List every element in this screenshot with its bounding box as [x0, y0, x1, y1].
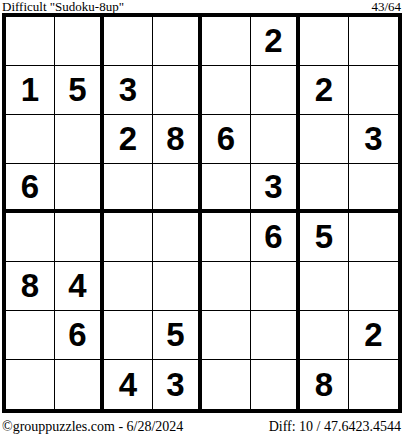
- cell-r8c8[interactable]: [349, 360, 398, 409]
- cell-r4c7[interactable]: [300, 164, 349, 213]
- cell-r3c3[interactable]: 2: [104, 115, 153, 164]
- cell-r6c6[interactable]: [251, 262, 300, 311]
- cell-r7c7[interactable]: [300, 311, 349, 360]
- cell-r2c1[interactable]: 1: [6, 66, 55, 115]
- cell-r6c1[interactable]: 8: [6, 262, 55, 311]
- cell-r2c8[interactable]: [349, 66, 398, 115]
- cell-r3c4[interactable]: 8: [153, 115, 202, 164]
- cell-r4c5[interactable]: [202, 164, 251, 213]
- cell-r5c2[interactable]: [55, 213, 104, 262]
- cell-r3c8[interactable]: 3: [349, 115, 398, 164]
- cell-r5c8[interactable]: [349, 213, 398, 262]
- cell-r6c5[interactable]: [202, 262, 251, 311]
- cell-r4c3[interactable]: [104, 164, 153, 213]
- cell-r8c3[interactable]: 4: [104, 360, 153, 409]
- cell-r7c3[interactable]: [104, 311, 153, 360]
- copyright-text: ©grouppuzzles.com - 6/28/2024: [2, 419, 183, 434]
- cell-r3c2[interactable]: [55, 115, 104, 164]
- cell-r8c5[interactable]: [202, 360, 251, 409]
- cell-r5c6[interactable]: 6: [251, 213, 300, 262]
- cell-r2c7[interactable]: 2: [300, 66, 349, 115]
- cell-r7c6[interactable]: [251, 311, 300, 360]
- cell-r6c3[interactable]: [104, 262, 153, 311]
- cell-r4c2[interactable]: [55, 164, 104, 213]
- cell-r7c2[interactable]: 6: [55, 311, 104, 360]
- cell-r2c4[interactable]: [153, 66, 202, 115]
- cell-r5c1[interactable]: [6, 213, 55, 262]
- cell-r7c8[interactable]: 2: [349, 311, 398, 360]
- cell-r4c6[interactable]: 3: [251, 164, 300, 213]
- cell-r8c4[interactable]: 3: [153, 360, 202, 409]
- cell-r3c7[interactable]: [300, 115, 349, 164]
- puzzle-page: Difficult "Sudoku-8up" 43/64 21532286363…: [0, 0, 403, 437]
- cell-r7c1[interactable]: [6, 311, 55, 360]
- cell-r2c5[interactable]: [202, 66, 251, 115]
- cell-r1c7[interactable]: [300, 17, 349, 66]
- cell-r5c4[interactable]: [153, 213, 202, 262]
- cell-r7c5[interactable]: [202, 311, 251, 360]
- cell-r5c5[interactable]: [202, 213, 251, 262]
- cell-r6c2[interactable]: 4: [55, 262, 104, 311]
- header: Difficult "Sudoku-8up" 43/64: [2, 0, 401, 13]
- cell-r1c2[interactable]: [55, 17, 104, 66]
- cell-r8c6[interactable]: [251, 360, 300, 409]
- cell-r7c4[interactable]: 5: [153, 311, 202, 360]
- footer: ©grouppuzzles.com - 6/28/2024 Diff: 10 /…: [2, 419, 401, 434]
- cell-r1c1[interactable]: [6, 17, 55, 66]
- cell-r5c7[interactable]: 5: [300, 213, 349, 262]
- cell-r2c2[interactable]: 5: [55, 66, 104, 115]
- cell-r3c5[interactable]: 6: [202, 115, 251, 164]
- cell-r4c8[interactable]: [349, 164, 398, 213]
- cell-r1c6[interactable]: 2: [251, 17, 300, 66]
- puzzle-counter: 43/64: [371, 0, 401, 13]
- puzzle-title: Difficult "Sudoku-8up": [2, 0, 124, 13]
- cell-r6c7[interactable]: [300, 262, 349, 311]
- cell-r6c4[interactable]: [153, 262, 202, 311]
- cell-r8c1[interactable]: [6, 360, 55, 409]
- cell-r1c5[interactable]: [202, 17, 251, 66]
- cell-r3c1[interactable]: [6, 115, 55, 164]
- cell-r5c3[interactable]: [104, 213, 153, 262]
- cell-r2c6[interactable]: [251, 66, 300, 115]
- cell-r3c6[interactable]: [251, 115, 300, 164]
- cell-r8c7[interactable]: 8: [300, 360, 349, 409]
- cell-r8c2[interactable]: [55, 360, 104, 409]
- cell-r2c3[interactable]: 3: [104, 66, 153, 115]
- cell-r1c8[interactable]: [349, 17, 398, 66]
- cell-r4c4[interactable]: [153, 164, 202, 213]
- cell-r1c3[interactable]: [104, 17, 153, 66]
- difficulty-text: Diff: 10 / 47.6423.4544: [269, 419, 401, 434]
- cell-r1c4[interactable]: [153, 17, 202, 66]
- cell-r4c1[interactable]: 6: [6, 164, 55, 213]
- sudoku-board: 215322863636584652438: [2, 13, 402, 413]
- cell-r6c8[interactable]: [349, 262, 398, 311]
